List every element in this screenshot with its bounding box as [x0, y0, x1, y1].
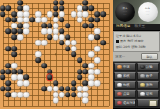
black-stone	[0, 11, 5, 17]
black-stone	[17, 23, 23, 29]
black-stone	[17, 69, 23, 75]
info-line: 黑方 先行 对局中	[116, 39, 157, 43]
black-stone	[12, 51, 18, 57]
white-stone	[23, 11, 29, 17]
black-stone	[6, 92, 12, 98]
black-stone	[41, 23, 47, 29]
white-stone	[71, 40, 77, 46]
sidebar: 黑方········· 白方········· 对局信息 聊天室 让子:0 贴目…	[113, 0, 160, 109]
black-stone	[77, 57, 83, 63]
white-stone	[17, 34, 23, 40]
black-stone	[65, 46, 71, 52]
button-label: 退出对局	[123, 101, 136, 105]
black-stone	[53, 5, 59, 11]
white-stone	[95, 57, 101, 63]
button-退出对局[interactable]: 退出对局	[114, 99, 136, 107]
white-stone	[35, 11, 41, 17]
black-stone	[53, 11, 59, 17]
info-line: 让子:0 贴目:6.5目	[116, 34, 157, 38]
player-info-area: 黑方········· 白方·········	[113, 0, 160, 24]
black-stone	[41, 63, 47, 69]
white-stone	[47, 11, 53, 17]
black-stone	[95, 11, 101, 17]
black-stone	[41, 86, 47, 92]
white-stone	[17, 74, 23, 80]
black-stone	[59, 17, 65, 23]
black-stone	[89, 5, 95, 11]
button-label: 研究	[146, 92, 153, 96]
button-label: 形势	[146, 83, 153, 87]
black-stone	[65, 86, 71, 92]
black-stone	[12, 46, 18, 52]
black-player-stone: 黑方·········	[115, 2, 135, 22]
white-stone	[47, 28, 53, 34]
black-stone	[71, 86, 77, 92]
black-square-icon	[116, 40, 119, 43]
white-stone	[41, 17, 47, 23]
black-stone	[100, 11, 106, 17]
black-stone	[6, 17, 12, 23]
button-label: 申请	[123, 65, 130, 69]
star-point	[91, 88, 93, 90]
black-stone	[17, 5, 23, 11]
black-stone	[47, 34, 53, 40]
black-stone	[95, 34, 101, 40]
button-label: 认输	[146, 65, 153, 69]
black-stone	[53, 80, 59, 86]
black-stone	[12, 11, 18, 17]
white-stone	[12, 92, 18, 98]
black-stone	[100, 40, 106, 46]
white-stone	[95, 80, 101, 86]
button-grid: 申请认输和棋数子悔棋形势点目研究退出对局	[113, 62, 160, 108]
black-stone-last-move	[47, 74, 53, 80]
info-line: 限时:20分 读秒:30秒	[116, 45, 157, 49]
panel-icon[interactable]	[149, 100, 157, 107]
button-panel[interactable]	[137, 99, 159, 107]
white-stone	[89, 74, 95, 80]
button-数子[interactable]: 数子	[137, 72, 159, 80]
white-player-text: ····	[146, 13, 149, 16]
light-circle-icon	[140, 92, 145, 97]
white-stone	[35, 51, 41, 57]
white-stone	[23, 80, 29, 86]
black-stone	[6, 28, 12, 34]
white-stone	[83, 86, 89, 92]
white-stone	[89, 63, 95, 69]
avatar-icon	[140, 83, 145, 88]
white-player-stone: 白方·········	[138, 2, 158, 22]
button-研究[interactable]: 研究	[137, 90, 159, 98]
white-stone	[77, 92, 83, 98]
tab-game-info[interactable]: 对局信息	[116, 25, 130, 29]
white-stone	[53, 17, 59, 23]
white-stone	[12, 63, 18, 69]
black-stone	[0, 74, 5, 80]
black-stone	[23, 74, 29, 80]
black-stone	[65, 34, 71, 40]
black-stone	[71, 51, 77, 57]
go-game-app: 黑方········· 白方········· 对局信息 聊天室 让子:0 贴目…	[0, 0, 160, 109]
white-stone	[83, 11, 89, 17]
black-stone	[83, 69, 89, 75]
white-stone	[12, 23, 18, 29]
white-stone	[23, 5, 29, 11]
black-stone-icon	[140, 65, 145, 70]
white-stone	[77, 86, 83, 92]
button-label: 数子	[146, 74, 153, 78]
button-点目[interactable]: 点目	[114, 90, 136, 98]
black-stone	[6, 69, 12, 75]
white-stone	[59, 34, 65, 40]
black-stone	[12, 17, 18, 23]
star-point	[19, 88, 21, 90]
white-stone	[35, 40, 41, 46]
star-point	[19, 53, 21, 55]
black-stone	[17, 28, 23, 34]
white-stone	[41, 28, 47, 34]
white-stone-icon	[117, 83, 122, 88]
black-stone	[59, 40, 65, 46]
black-stone	[59, 86, 65, 92]
black-stone	[35, 57, 41, 63]
button-label: 和棋	[123, 74, 130, 78]
go-board[interactable]	[0, 0, 113, 109]
white-stone	[53, 86, 59, 92]
black-stone	[89, 23, 95, 29]
white-stone	[53, 92, 59, 98]
button-悔棋[interactable]: 悔棋	[114, 81, 136, 89]
white-stone	[23, 92, 29, 98]
red-circle-icon	[117, 101, 122, 106]
black-stone	[83, 23, 89, 29]
white-stone	[53, 34, 59, 40]
white-stone	[89, 80, 95, 86]
black-stone	[12, 28, 18, 34]
black-stone	[83, 5, 89, 11]
black-player-text: ····	[123, 13, 126, 16]
game-info-panel: 让子:0 贴目:6.5目 黑方 先行 对局中 限时:20分 读秒:30秒	[113, 31, 160, 52]
black-stone	[0, 5, 5, 11]
tab-chat[interactable]: 聊天室	[134, 25, 145, 29]
chat-log-area[interactable]	[113, 108, 160, 109]
white-stone	[17, 11, 23, 17]
white-stone	[95, 28, 101, 34]
button-label: 悔棋	[123, 83, 130, 87]
gray-circle-icon	[140, 74, 145, 79]
black-stone	[83, 63, 89, 69]
grid-line	[3, 106, 110, 107]
black-stone	[6, 80, 12, 86]
white-stone	[59, 92, 65, 98]
orange-circle-icon	[117, 65, 122, 70]
black-stone	[77, 69, 83, 75]
star-point	[55, 53, 57, 55]
black-stone	[65, 92, 71, 98]
grid-line	[103, 3, 104, 107]
black-stone	[12, 34, 18, 40]
tab-bar: 对局信息 聊天室	[113, 24, 160, 31]
button-申请[interactable]: 申请	[114, 63, 136, 71]
black-stone	[71, 92, 77, 98]
confirm-button[interactable]: 确认	[141, 53, 158, 61]
grid-line	[3, 60, 110, 61]
button-认输[interactable]: 认输	[137, 63, 159, 71]
black-stone	[6, 63, 12, 69]
white-stone	[17, 17, 23, 23]
white-stone	[71, 46, 77, 52]
white-stone	[17, 92, 23, 98]
black-stone	[83, 80, 89, 86]
action-text: 请求···	[115, 55, 125, 59]
white-stone	[47, 86, 53, 92]
black-stone	[95, 17, 101, 23]
black-stone	[77, 74, 83, 80]
grid-line	[109, 3, 110, 107]
white-stone	[65, 40, 71, 46]
button-形势[interactable]: 形势	[137, 81, 159, 89]
white-stone	[77, 17, 83, 23]
black-stone	[6, 5, 12, 11]
black-stone	[47, 69, 53, 75]
white-stone	[77, 11, 83, 17]
black-stone	[6, 46, 12, 52]
black-stone	[89, 17, 95, 23]
white-stone	[89, 51, 95, 57]
button-和棋[interactable]: 和棋	[114, 72, 136, 80]
white-stone	[59, 11, 65, 17]
white-stone	[23, 28, 29, 34]
gray-circle-icon	[117, 74, 122, 79]
white-stone	[41, 40, 47, 46]
white-stone	[95, 69, 101, 75]
black-stone	[65, 23, 71, 29]
white-stone	[71, 11, 77, 17]
white-stone	[35, 17, 41, 23]
white-stone	[95, 46, 101, 52]
white-stone	[89, 34, 95, 40]
black-stone	[12, 69, 18, 75]
black-stone	[6, 86, 12, 92]
white-stone	[53, 23, 59, 29]
white-stone	[23, 17, 29, 23]
black-stone	[71, 80, 77, 86]
black-stone	[47, 23, 53, 29]
black-stone	[0, 69, 5, 75]
white-stone	[83, 97, 89, 103]
action-row: 请求··· 确认	[113, 52, 160, 62]
black-stone	[0, 86, 5, 92]
black-stone	[59, 5, 65, 11]
white-stone	[53, 97, 59, 103]
white-stone	[83, 92, 89, 98]
red-circle-icon	[117, 92, 122, 97]
white-stone	[12, 74, 18, 80]
white-stone	[53, 28, 59, 34]
white-stone	[17, 80, 23, 86]
black-stone	[59, 28, 65, 34]
button-label: 点目	[123, 92, 130, 96]
white-stone	[23, 23, 29, 29]
white-stone	[77, 5, 83, 11]
black-stone	[29, 17, 35, 23]
white-stone	[89, 69, 95, 75]
